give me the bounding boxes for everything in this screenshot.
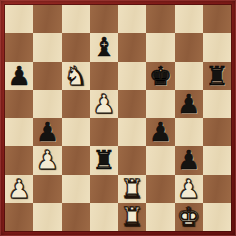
square-b6[interactable] (33, 62, 61, 90)
square-a1[interactable] (5, 203, 33, 231)
square-e1[interactable]: ♜ (118, 203, 146, 231)
square-f3[interactable] (146, 146, 174, 174)
square-c4[interactable] (62, 118, 90, 146)
square-h6[interactable]: ♜ (203, 62, 231, 90)
square-d8[interactable] (90, 5, 118, 33)
white-pawn[interactable]: ♟ (92, 90, 115, 118)
square-h2[interactable] (203, 175, 231, 203)
square-a5[interactable] (5, 90, 33, 118)
black-rook[interactable]: ♜ (205, 62, 228, 90)
square-b7[interactable] (33, 33, 61, 61)
square-b3[interactable]: ♟ (33, 146, 61, 174)
square-h3[interactable] (203, 146, 231, 174)
black-bishop[interactable]: ♝ (92, 33, 115, 61)
black-pawn[interactable]: ♟ (149, 118, 172, 146)
square-b2[interactable] (33, 175, 61, 203)
white-pawn[interactable]: ♟ (177, 175, 200, 203)
square-e6[interactable] (118, 62, 146, 90)
square-a2[interactable]: ♟ (5, 175, 33, 203)
square-h8[interactable] (203, 5, 231, 33)
white-rook[interactable]: ♜ (120, 203, 143, 231)
square-e7[interactable] (118, 33, 146, 61)
square-b8[interactable] (33, 5, 61, 33)
square-g7[interactable] (175, 33, 203, 61)
board-frame: ♝♟♞♚♜♟♟♟♟♟♜♟♟♜♟♜♚ (0, 0, 236, 236)
square-d7[interactable]: ♝ (90, 33, 118, 61)
square-f7[interactable] (146, 33, 174, 61)
square-f8[interactable] (146, 5, 174, 33)
square-e4[interactable] (118, 118, 146, 146)
square-f2[interactable] (146, 175, 174, 203)
square-d3[interactable]: ♜ (90, 146, 118, 174)
white-king[interactable]: ♚ (177, 203, 200, 231)
square-a8[interactable] (5, 5, 33, 33)
white-knight[interactable]: ♞ (64, 62, 87, 90)
black-pawn[interactable]: ♟ (36, 118, 59, 146)
chess-board: ♝♟♞♚♜♟♟♟♟♟♜♟♟♜♟♜♚ (5, 5, 231, 231)
square-e3[interactable] (118, 146, 146, 174)
square-b1[interactable] (33, 203, 61, 231)
square-c5[interactable] (62, 90, 90, 118)
square-a4[interactable] (5, 118, 33, 146)
square-a7[interactable] (5, 33, 33, 61)
square-e2[interactable]: ♜ (118, 175, 146, 203)
square-a3[interactable] (5, 146, 33, 174)
square-c1[interactable] (62, 203, 90, 231)
square-b4[interactable]: ♟ (33, 118, 61, 146)
square-c7[interactable] (62, 33, 90, 61)
square-h4[interactable] (203, 118, 231, 146)
square-g2[interactable]: ♟ (175, 175, 203, 203)
square-g8[interactable] (175, 5, 203, 33)
black-rook[interactable]: ♜ (92, 146, 115, 174)
white-pawn[interactable]: ♟ (36, 146, 59, 174)
square-d6[interactable] (90, 62, 118, 90)
square-c6[interactable]: ♞ (62, 62, 90, 90)
square-c8[interactable] (62, 5, 90, 33)
white-rook[interactable]: ♜ (120, 175, 143, 203)
square-a6[interactable]: ♟ (5, 62, 33, 90)
square-g1[interactable]: ♚ (175, 203, 203, 231)
square-g6[interactable] (175, 62, 203, 90)
black-pawn[interactable]: ♟ (177, 90, 200, 118)
square-d4[interactable] (90, 118, 118, 146)
square-f1[interactable] (146, 203, 174, 231)
square-h7[interactable] (203, 33, 231, 61)
square-d5[interactable]: ♟ (90, 90, 118, 118)
square-h5[interactable] (203, 90, 231, 118)
square-e5[interactable] (118, 90, 146, 118)
square-b5[interactable] (33, 90, 61, 118)
square-e8[interactable] (118, 5, 146, 33)
black-pawn[interactable]: ♟ (177, 146, 200, 174)
black-king[interactable]: ♚ (149, 62, 172, 90)
square-f6[interactable]: ♚ (146, 62, 174, 90)
square-h1[interactable] (203, 203, 231, 231)
square-d1[interactable] (90, 203, 118, 231)
square-g5[interactable]: ♟ (175, 90, 203, 118)
square-d2[interactable] (90, 175, 118, 203)
square-f4[interactable]: ♟ (146, 118, 174, 146)
square-c3[interactable] (62, 146, 90, 174)
square-f5[interactable] (146, 90, 174, 118)
square-c2[interactable] (62, 175, 90, 203)
square-g4[interactable] (175, 118, 203, 146)
black-pawn[interactable]: ♟ (7, 62, 30, 90)
white-pawn[interactable]: ♟ (7, 175, 30, 203)
square-g3[interactable]: ♟ (175, 146, 203, 174)
